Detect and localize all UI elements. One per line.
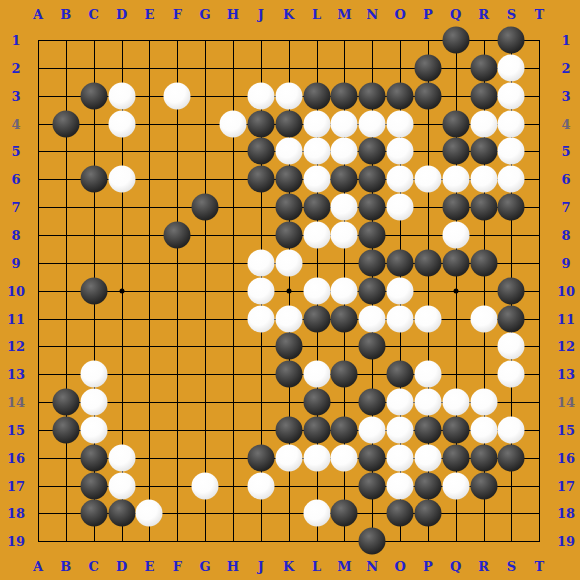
white-stone-O15 — [387, 416, 414, 443]
column-label-bottom: H — [227, 560, 239, 573]
white-stone-L5 — [303, 138, 330, 165]
white-stone-G17 — [192, 472, 219, 499]
row-label-right: 2 — [561, 61, 570, 74]
black-stone-Q16 — [442, 444, 469, 471]
black-stone-C18 — [80, 500, 107, 527]
black-stone-N8 — [359, 221, 386, 248]
black-stone-Q1 — [442, 27, 469, 54]
column-label-top: F — [173, 8, 182, 21]
row-label-right: 4 — [561, 117, 570, 130]
black-stone-R2 — [470, 54, 497, 81]
black-stone-O3 — [387, 82, 414, 109]
black-stone-L11 — [303, 305, 330, 332]
white-stone-R6 — [470, 166, 497, 193]
black-stone-B4 — [52, 110, 79, 137]
white-stone-O11 — [387, 305, 414, 332]
black-stone-K8 — [275, 221, 302, 248]
row-label-right: 7 — [561, 201, 570, 214]
column-label-bottom: F — [173, 560, 182, 573]
white-stone-E18 — [136, 500, 163, 527]
black-stone-N12 — [359, 333, 386, 360]
row-label-left: 18 — [7, 507, 25, 520]
row-label-right: 12 — [557, 340, 575, 353]
column-label-top: T — [534, 8, 544, 21]
white-stone-Q6 — [442, 166, 469, 193]
white-stone-P13 — [414, 361, 441, 388]
black-stone-Q7 — [442, 194, 469, 221]
black-stone-S11 — [498, 305, 525, 332]
row-label-right: 10 — [557, 284, 575, 297]
white-stone-P6 — [414, 166, 441, 193]
black-stone-N19 — [359, 528, 386, 555]
star-point-K10 — [286, 288, 291, 293]
white-stone-M4 — [331, 110, 358, 137]
black-stone-N6 — [359, 166, 386, 193]
column-label-top: L — [312, 8, 321, 21]
black-stone-R9 — [470, 249, 497, 276]
row-label-left: 11 — [7, 312, 25, 325]
black-stone-L15 — [303, 416, 330, 443]
black-stone-M3 — [331, 82, 358, 109]
column-label-top: G — [200, 8, 211, 21]
white-stone-Q17 — [442, 472, 469, 499]
white-stone-D4 — [108, 110, 135, 137]
white-stone-L16 — [303, 444, 330, 471]
row-label-right: 8 — [561, 228, 570, 241]
white-stone-K16 — [275, 444, 302, 471]
white-stone-O4 — [387, 110, 414, 137]
row-label-left: 8 — [11, 228, 20, 241]
black-stone-L14 — [303, 389, 330, 416]
white-stone-M8 — [331, 221, 358, 248]
white-stone-L10 — [303, 277, 330, 304]
white-stone-S3 — [498, 82, 525, 109]
row-label-left: 7 — [11, 201, 20, 214]
row-label-right: 13 — [557, 368, 575, 381]
white-stone-L4 — [303, 110, 330, 137]
row-label-left: 17 — [7, 479, 25, 492]
column-label-bottom: J — [258, 560, 264, 573]
black-stone-M18 — [331, 500, 358, 527]
black-stone-M6 — [331, 166, 358, 193]
black-stone-O13 — [387, 361, 414, 388]
row-label-left: 14 — [7, 396, 25, 409]
column-label-bottom: O — [394, 560, 405, 573]
row-label-right: 11 — [557, 312, 575, 325]
white-stone-S6 — [498, 166, 525, 193]
black-stone-C3 — [80, 82, 107, 109]
column-label-top: S — [507, 8, 516, 21]
white-stone-P11 — [414, 305, 441, 332]
black-stone-Q15 — [442, 416, 469, 443]
black-stone-C17 — [80, 472, 107, 499]
column-label-top: H — [227, 8, 239, 21]
board-horizontal-line — [38, 541, 540, 542]
white-stone-C15 — [80, 416, 107, 443]
white-stone-R15 — [470, 416, 497, 443]
black-stone-M13 — [331, 361, 358, 388]
black-stone-N3 — [359, 82, 386, 109]
column-label-bottom: T — [534, 560, 544, 573]
black-stone-K4 — [275, 110, 302, 137]
black-stone-R5 — [470, 138, 497, 165]
black-stone-N5 — [359, 138, 386, 165]
white-stone-D17 — [108, 472, 135, 499]
row-label-right: 5 — [561, 145, 570, 158]
column-label-top: R — [478, 8, 489, 21]
white-stone-S15 — [498, 416, 525, 443]
row-label-right: 1 — [561, 34, 570, 47]
white-stone-H4 — [219, 110, 246, 137]
white-stone-J9 — [247, 249, 274, 276]
black-stone-P9 — [414, 249, 441, 276]
black-stone-B15 — [52, 416, 79, 443]
white-stone-O16 — [387, 444, 414, 471]
black-stone-S10 — [498, 277, 525, 304]
white-stone-P16 — [414, 444, 441, 471]
white-stone-J3 — [247, 82, 274, 109]
black-stone-P18 — [414, 500, 441, 527]
white-stone-K5 — [275, 138, 302, 165]
row-label-left: 2 — [11, 61, 20, 74]
black-stone-S1 — [498, 27, 525, 54]
white-stone-O6 — [387, 166, 414, 193]
go-board[interactable]: AA11BB22CC33DD44EE55FF66GG77HH88JJ99KK10… — [0, 0, 580, 580]
black-stone-G7 — [192, 194, 219, 221]
black-stone-L7 — [303, 194, 330, 221]
white-stone-M10 — [331, 277, 358, 304]
black-stone-C6 — [80, 166, 107, 193]
row-label-left: 3 — [11, 89, 20, 102]
black-stone-N7 — [359, 194, 386, 221]
white-stone-D6 — [108, 166, 135, 193]
white-stone-O10 — [387, 277, 414, 304]
black-stone-R7 — [470, 194, 497, 221]
row-label-right: 3 — [561, 89, 570, 102]
row-label-right: 17 — [557, 479, 575, 492]
white-stone-N4 — [359, 110, 386, 137]
black-stone-N14 — [359, 389, 386, 416]
column-label-top: P — [423, 8, 433, 21]
column-label-top: N — [366, 8, 378, 21]
black-stone-R17 — [470, 472, 497, 499]
row-label-left: 4 — [11, 117, 20, 130]
white-stone-J11 — [247, 305, 274, 332]
white-stone-N11 — [359, 305, 386, 332]
white-stone-S13 — [498, 361, 525, 388]
row-label-left: 10 — [7, 284, 25, 297]
black-stone-S16 — [498, 444, 525, 471]
white-stone-M5 — [331, 138, 358, 165]
white-stone-K9 — [275, 249, 302, 276]
column-label-top: K — [283, 8, 294, 21]
black-stone-C10 — [80, 277, 107, 304]
white-stone-O7 — [387, 194, 414, 221]
column-label-bottom: M — [337, 560, 351, 573]
black-stone-B14 — [52, 389, 79, 416]
row-label-left: 15 — [7, 423, 25, 436]
black-stone-J4 — [247, 110, 274, 137]
column-label-bottom: B — [60, 560, 71, 573]
white-stone-F3 — [164, 82, 191, 109]
black-stone-P17 — [414, 472, 441, 499]
column-label-top: A — [33, 8, 43, 21]
white-stone-J10 — [247, 277, 274, 304]
white-stone-C13 — [80, 361, 107, 388]
column-label-bottom: D — [116, 560, 127, 573]
black-stone-N10 — [359, 277, 386, 304]
row-label-left: 5 — [11, 145, 20, 158]
white-stone-K11 — [275, 305, 302, 332]
star-point-D10 — [119, 288, 124, 293]
column-label-top: D — [116, 8, 127, 21]
white-stone-M7 — [331, 194, 358, 221]
black-stone-R16 — [470, 444, 497, 471]
column-label-bottom: A — [33, 560, 43, 573]
black-stone-Q9 — [442, 249, 469, 276]
white-stone-D3 — [108, 82, 135, 109]
column-label-top: J — [258, 8, 264, 21]
white-stone-Q14 — [442, 389, 469, 416]
row-label-left: 19 — [7, 535, 25, 548]
board-vertical-line — [539, 40, 540, 542]
white-stone-O14 — [387, 389, 414, 416]
row-label-right: 6 — [561, 173, 570, 186]
column-label-bottom: G — [200, 560, 211, 573]
white-stone-P14 — [414, 389, 441, 416]
row-label-left: 9 — [11, 256, 20, 269]
black-stone-L3 — [303, 82, 330, 109]
black-stone-O9 — [387, 249, 414, 276]
white-stone-O5 — [387, 138, 414, 165]
black-stone-O18 — [387, 500, 414, 527]
white-stone-L13 — [303, 361, 330, 388]
white-stone-Q8 — [442, 221, 469, 248]
black-stone-C16 — [80, 444, 107, 471]
black-stone-S7 — [498, 194, 525, 221]
black-stone-Q5 — [442, 138, 469, 165]
column-label-bottom: S — [507, 560, 516, 573]
black-stone-K15 — [275, 416, 302, 443]
white-stone-R14 — [470, 389, 497, 416]
column-label-top: E — [144, 8, 154, 21]
row-label-right: 15 — [557, 423, 575, 436]
white-stone-S4 — [498, 110, 525, 137]
white-stone-D16 — [108, 444, 135, 471]
go-board-page: AA11BB22CC33DD44EE55FF66GG77HH88JJ99KK10… — [0, 0, 580, 580]
row-label-left: 16 — [7, 451, 25, 464]
black-stone-P2 — [414, 54, 441, 81]
black-stone-J5 — [247, 138, 274, 165]
white-stone-C14 — [80, 389, 107, 416]
row-label-left: 6 — [11, 173, 20, 186]
black-stone-Q4 — [442, 110, 469, 137]
row-label-right: 16 — [557, 451, 575, 464]
black-stone-M11 — [331, 305, 358, 332]
black-stone-P3 — [414, 82, 441, 109]
column-label-bottom: K — [283, 560, 294, 573]
row-label-right: 18 — [557, 507, 575, 520]
row-label-right: 19 — [557, 535, 575, 548]
black-stone-K12 — [275, 333, 302, 360]
white-stone-R11 — [470, 305, 497, 332]
star-point-Q10 — [453, 288, 458, 293]
white-stone-M16 — [331, 444, 358, 471]
black-stone-K6 — [275, 166, 302, 193]
white-stone-S5 — [498, 138, 525, 165]
white-stone-L6 — [303, 166, 330, 193]
column-label-bottom: N — [366, 560, 378, 573]
black-stone-F8 — [164, 221, 191, 248]
white-stone-S2 — [498, 54, 525, 81]
white-stone-J17 — [247, 472, 274, 499]
white-stone-N15 — [359, 416, 386, 443]
row-label-left: 12 — [7, 340, 25, 353]
row-label-right: 14 — [557, 396, 575, 409]
column-label-bottom: L — [312, 560, 321, 573]
row-label-left: 13 — [7, 368, 25, 381]
white-stone-R4 — [470, 110, 497, 137]
white-stone-L8 — [303, 221, 330, 248]
column-label-bottom: C — [89, 560, 99, 573]
black-stone-J16 — [247, 444, 274, 471]
white-stone-L18 — [303, 500, 330, 527]
column-label-top: M — [337, 8, 351, 21]
column-label-bottom: E — [144, 560, 154, 573]
black-stone-D18 — [108, 500, 135, 527]
column-label-bottom: R — [478, 560, 489, 573]
column-label-top: C — [89, 8, 99, 21]
black-stone-N17 — [359, 472, 386, 499]
black-stone-J6 — [247, 166, 274, 193]
column-label-top: B — [60, 8, 71, 21]
black-stone-R3 — [470, 82, 497, 109]
column-label-bottom: Q — [450, 560, 461, 573]
black-stone-M15 — [331, 416, 358, 443]
black-stone-P15 — [414, 416, 441, 443]
black-stone-K7 — [275, 194, 302, 221]
black-stone-K13 — [275, 361, 302, 388]
white-stone-S12 — [498, 333, 525, 360]
column-label-top: O — [394, 8, 405, 21]
white-stone-K3 — [275, 82, 302, 109]
row-label-left: 1 — [11, 34, 20, 47]
black-stone-N9 — [359, 249, 386, 276]
column-label-top: Q — [450, 8, 461, 21]
row-label-right: 9 — [561, 256, 570, 269]
white-stone-O17 — [387, 472, 414, 499]
black-stone-N16 — [359, 444, 386, 471]
column-label-bottom: P — [423, 560, 433, 573]
